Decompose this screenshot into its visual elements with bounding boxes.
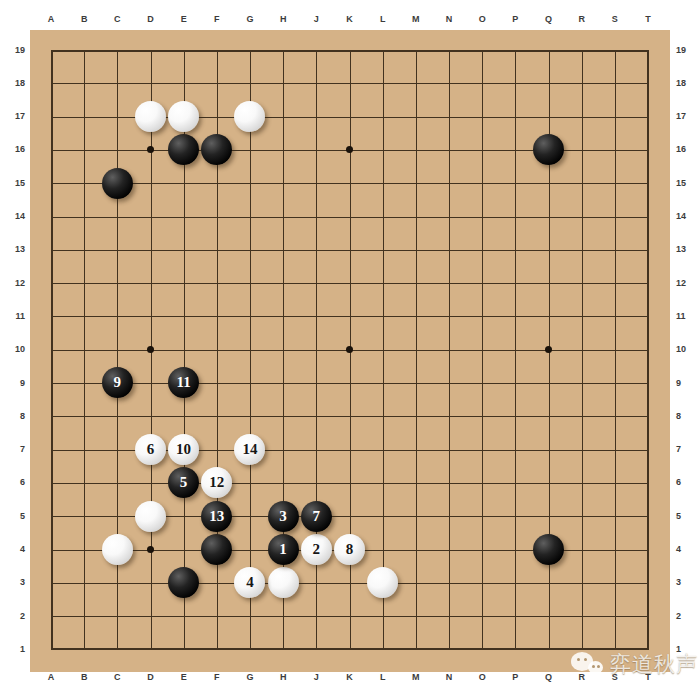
row-label-left-19: 19 [0,45,25,56]
stone-white-F6: 12 [201,467,232,498]
stone-white-G3: 4 [234,567,265,598]
stone-black-E16 [168,134,199,165]
row-label-right-13: 13 [676,244,700,255]
wechat-icon [570,649,606,680]
move-number: 6 [147,442,155,457]
row-label-left-9: 9 [0,378,25,389]
stone-white-E7: 10 [168,434,199,465]
row-label-right-10: 10 [676,344,700,355]
col-label-bottom-M: M [406,672,426,682]
move-number: 11 [177,375,191,390]
col-label-bottom-Q: Q [539,672,559,682]
col-label-top-N: N [439,14,459,24]
col-label-bottom-O: O [472,672,492,682]
row-label-right-17: 17 [676,111,700,122]
row-label-right-4: 4 [676,544,700,555]
col-label-bottom-D: D [141,672,161,682]
stone-black-E6: 5 [168,467,199,498]
row-label-left-11: 11 [0,311,25,322]
col-label-top-A: A [41,14,61,24]
col-label-top-J: J [306,14,326,24]
stone-black-Q4 [533,534,564,565]
row-label-right-9: 9 [676,378,700,389]
stone-white-D17 [135,101,166,132]
move-number: 9 [114,375,122,390]
row-label-right-11: 11 [676,311,700,322]
move-number: 12 [209,475,224,490]
move-number: 13 [209,509,224,524]
col-label-top-Q: Q [539,14,559,24]
row-label-right-5: 5 [676,511,700,522]
stone-black-C15 [102,168,133,199]
col-label-top-H: H [273,14,293,24]
row-label-right-2: 2 [676,611,700,622]
wechat-bubble-small [588,661,603,674]
col-label-bottom-A: A [41,672,61,682]
row-label-left-2: 2 [0,611,25,622]
stone-black-J5: 7 [301,501,332,532]
stone-white-H3 [268,567,299,598]
col-label-bottom-F: F [207,672,227,682]
go-diagram-page: ABCDEFGHJKLMNOPQRST ABCDEFGHJKLMNOPQRST … [0,0,700,700]
col-label-bottom-J: J [306,672,326,682]
col-label-bottom-N: N [439,672,459,682]
move-number: 3 [279,509,287,524]
stone-black-F4 [201,534,232,565]
col-label-bottom-B: B [74,672,94,682]
col-label-top-P: P [505,14,525,24]
watermark-text: 弈道秋声 [610,654,698,675]
col-label-bottom-G: G [240,672,260,682]
col-label-top-D: D [141,14,161,24]
col-label-top-M: M [406,14,426,24]
stone-white-L3 [367,567,398,598]
col-label-top-O: O [472,14,492,24]
col-label-top-S: S [605,14,625,24]
row-label-right-16: 16 [676,144,700,155]
watermark: 弈道秋声 [570,649,698,680]
stone-white-G7: 14 [234,434,265,465]
stone-black-C9: 9 [102,367,133,398]
row-label-right-15: 15 [676,178,700,189]
move-number: 1 [279,542,287,557]
row-label-left-4: 4 [0,544,25,555]
stone-black-E9: 11 [168,367,199,398]
row-label-left-16: 16 [0,144,25,155]
col-label-top-L: L [373,14,393,24]
stone-white-K4: 8 [334,534,365,565]
col-label-bottom-C: C [107,672,127,682]
stone-black-E3 [168,567,199,598]
stone-white-D7: 6 [135,434,166,465]
row-label-left-15: 15 [0,178,25,189]
col-label-bottom-E: E [174,672,194,682]
stone-black-F16 [201,134,232,165]
stone-white-C4 [102,534,133,565]
stone-black-Q16 [533,134,564,165]
row-label-left-10: 10 [0,344,25,355]
row-label-right-7: 7 [676,444,700,455]
col-label-top-B: B [74,14,94,24]
row-label-right-3: 3 [676,577,700,588]
row-label-left-3: 3 [0,577,25,588]
row-label-left-18: 18 [0,78,25,89]
row-label-right-19: 19 [676,45,700,56]
col-label-bottom-K: K [340,672,360,682]
row-label-left-14: 14 [0,211,25,222]
row-label-right-12: 12 [676,278,700,289]
row-label-left-17: 17 [0,111,25,122]
stone-black-H5: 3 [268,501,299,532]
stone-white-J4: 2 [301,534,332,565]
move-number: 14 [242,442,257,457]
row-label-left-6: 6 [0,477,25,488]
stone-white-D5 [135,501,166,532]
row-label-left-5: 5 [0,511,25,522]
row-label-right-8: 8 [676,411,700,422]
col-label-top-E: E [174,14,194,24]
row-label-left-12: 12 [0,278,25,289]
col-label-top-C: C [107,14,127,24]
stone-black-F5: 13 [201,501,232,532]
col-label-bottom-H: H [273,672,293,682]
row-label-left-8: 8 [0,411,25,422]
col-label-bottom-L: L [373,672,393,682]
col-label-bottom-P: P [505,672,525,682]
move-number: 10 [176,442,191,457]
move-number: 5 [180,475,188,490]
stone-white-G17 [234,101,265,132]
col-label-top-R: R [572,14,592,24]
stones-layer: 1234567891011121314 [34,33,664,666]
col-label-top-K: K [340,14,360,24]
stone-black-H4: 1 [268,534,299,565]
move-number: 8 [346,542,354,557]
move-number: 7 [312,509,320,524]
row-label-left-13: 13 [0,244,25,255]
move-number: 2 [312,542,320,557]
row-label-left-1: 1 [0,644,25,655]
row-label-right-6: 6 [676,477,700,488]
row-label-right-18: 18 [676,78,700,89]
row-label-right-14: 14 [676,211,700,222]
stone-white-E17 [168,101,199,132]
row-label-left-7: 7 [0,444,25,455]
go-board: 1234567891011121314 [30,30,670,672]
move-number: 4 [246,575,254,590]
col-label-top-F: F [207,14,227,24]
col-label-top-G: G [240,14,260,24]
col-label-top-T: T [638,14,658,24]
